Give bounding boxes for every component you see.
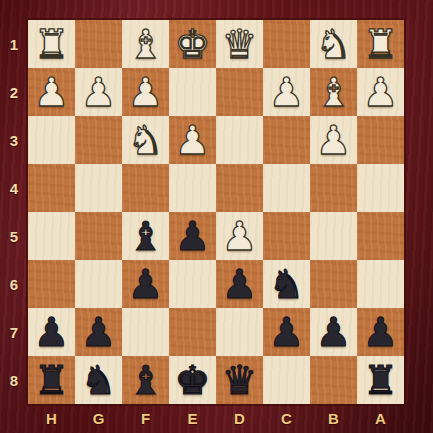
square-c2[interactable]: ♟ (263, 68, 310, 116)
square-b3[interactable]: ♟ (310, 116, 357, 164)
piece-white-pawn[interactable]: ♟ (222, 216, 258, 256)
square-d6[interactable]: ♟ (216, 260, 263, 308)
square-a3[interactable] (357, 116, 404, 164)
square-d8[interactable]: ♛ (216, 356, 263, 404)
piece-white-rook[interactable]: ♜ (34, 24, 70, 64)
piece-white-bishop[interactable]: ♝ (316, 72, 352, 112)
piece-black-knight[interactable]: ♞ (269, 264, 305, 304)
square-c6[interactable]: ♞ (263, 260, 310, 308)
square-e6[interactable] (169, 260, 216, 308)
square-b8[interactable] (310, 356, 357, 404)
square-c4[interactable] (263, 164, 310, 212)
square-c8[interactable] (263, 356, 310, 404)
rank-label-2: 2 (0, 68, 28, 116)
square-e7[interactable] (169, 308, 216, 356)
square-g1[interactable] (75, 20, 122, 68)
piece-black-pawn[interactable]: ♟ (175, 216, 211, 256)
square-b2[interactable]: ♝ (310, 68, 357, 116)
square-d5[interactable]: ♟ (216, 212, 263, 260)
square-e2[interactable] (169, 68, 216, 116)
square-g5[interactable] (75, 212, 122, 260)
square-c7[interactable]: ♟ (263, 308, 310, 356)
rank-label-4: 4 (0, 164, 28, 212)
file-label-d: D (216, 404, 263, 433)
piece-white-king[interactable]: ♚ (175, 24, 211, 64)
file-label-f: F (122, 404, 169, 433)
square-g2[interactable]: ♟ (75, 68, 122, 116)
piece-white-pawn[interactable]: ♟ (34, 72, 70, 112)
file-label-e: E (169, 404, 216, 433)
square-a8[interactable]: ♜ (357, 356, 404, 404)
rank-label-7: 7 (0, 308, 28, 356)
piece-black-bishop[interactable]: ♝ (128, 360, 164, 400)
square-h1[interactable]: ♜ (28, 20, 75, 68)
square-a5[interactable] (357, 212, 404, 260)
piece-black-queen[interactable]: ♛ (222, 360, 258, 400)
square-a2[interactable]: ♟ (357, 68, 404, 116)
square-f6[interactable]: ♟ (122, 260, 169, 308)
square-a1[interactable]: ♜ (357, 20, 404, 68)
piece-white-pawn[interactable]: ♟ (128, 72, 164, 112)
file-label-h: H (28, 404, 75, 433)
piece-white-pawn[interactable]: ♟ (175, 120, 211, 160)
piece-white-bishop[interactable]: ♝ (128, 24, 164, 64)
square-h4[interactable] (28, 164, 75, 212)
piece-black-pawn[interactable]: ♟ (363, 312, 399, 352)
piece-black-bishop[interactable]: ♝ (128, 216, 164, 256)
piece-black-pawn[interactable]: ♟ (128, 264, 164, 304)
square-g4[interactable] (75, 164, 122, 212)
chess-board: ♜♝♚♛♞♜♟♟♟♟♝♟♞♟♟♝♟♟♟♟♞♟♟♟♟♟♜♞♝♚♛♜ (28, 20, 404, 404)
rank-label-3: 3 (0, 116, 28, 164)
chess-board-frame: 12345678 ♜♝♚♛♞♜♟♟♟♟♝♟♞♟♟♝♟♟♟♟♞♟♟♟♟♟♜♞♝♚♛… (0, 0, 433, 433)
piece-white-pawn[interactable]: ♟ (269, 72, 305, 112)
rank-label-6: 6 (0, 260, 28, 308)
square-a7[interactable]: ♟ (357, 308, 404, 356)
piece-black-pawn[interactable]: ♟ (34, 312, 70, 352)
rank-label-1: 1 (0, 20, 28, 68)
square-b4[interactable] (310, 164, 357, 212)
square-h2[interactable]: ♟ (28, 68, 75, 116)
piece-black-pawn[interactable]: ♟ (222, 264, 258, 304)
piece-white-knight[interactable]: ♞ (316, 24, 352, 64)
square-g3[interactable] (75, 116, 122, 164)
square-f3[interactable]: ♞ (122, 116, 169, 164)
square-c1[interactable] (263, 20, 310, 68)
square-d2[interactable] (216, 68, 263, 116)
square-h6[interactable] (28, 260, 75, 308)
square-b6[interactable] (310, 260, 357, 308)
square-e1[interactable]: ♚ (169, 20, 216, 68)
piece-black-knight[interactable]: ♞ (81, 360, 117, 400)
square-g6[interactable] (75, 260, 122, 308)
square-f5[interactable]: ♝ (122, 212, 169, 260)
square-c5[interactable] (263, 212, 310, 260)
square-b1[interactable]: ♞ (310, 20, 357, 68)
rank-label-5: 5 (0, 212, 28, 260)
square-f2[interactable]: ♟ (122, 68, 169, 116)
square-e5[interactable]: ♟ (169, 212, 216, 260)
square-d1[interactable]: ♛ (216, 20, 263, 68)
square-a4[interactable] (357, 164, 404, 212)
piece-black-pawn[interactable]: ♟ (269, 312, 305, 352)
rank-label-8: 8 (0, 356, 28, 404)
square-f4[interactable] (122, 164, 169, 212)
file-label-g: G (75, 404, 122, 433)
square-e3[interactable]: ♟ (169, 116, 216, 164)
square-h7[interactable]: ♟ (28, 308, 75, 356)
piece-black-rook[interactable]: ♜ (363, 360, 399, 400)
piece-white-pawn[interactable]: ♟ (363, 72, 399, 112)
square-e8[interactable]: ♚ (169, 356, 216, 404)
piece-white-pawn[interactable]: ♟ (316, 120, 352, 160)
square-c3[interactable] (263, 116, 310, 164)
piece-white-queen[interactable]: ♛ (222, 24, 258, 64)
square-f8[interactable]: ♝ (122, 356, 169, 404)
square-f7[interactable] (122, 308, 169, 356)
rank-labels: 12345678 (0, 20, 28, 404)
square-g8[interactable]: ♞ (75, 356, 122, 404)
piece-black-rook[interactable]: ♜ (34, 360, 70, 400)
square-e4[interactable] (169, 164, 216, 212)
square-h5[interactable] (28, 212, 75, 260)
square-b5[interactable] (310, 212, 357, 260)
square-d7[interactable] (216, 308, 263, 356)
square-d4[interactable] (216, 164, 263, 212)
square-f1[interactable]: ♝ (122, 20, 169, 68)
square-h8[interactable]: ♜ (28, 356, 75, 404)
square-g7[interactable]: ♟ (75, 308, 122, 356)
square-b7[interactable]: ♟ (310, 308, 357, 356)
file-label-b: B (310, 404, 357, 433)
file-label-c: C (263, 404, 310, 433)
square-d3[interactable] (216, 116, 263, 164)
square-h3[interactable] (28, 116, 75, 164)
piece-black-pawn[interactable]: ♟ (316, 312, 352, 352)
square-a6[interactable] (357, 260, 404, 308)
piece-white-pawn[interactable]: ♟ (81, 72, 117, 112)
piece-black-pawn[interactable]: ♟ (81, 312, 117, 352)
file-labels: HGFEDCBA (28, 404, 404, 433)
file-label-a: A (357, 404, 404, 433)
piece-black-king[interactable]: ♚ (175, 360, 211, 400)
piece-white-rook[interactable]: ♜ (363, 24, 399, 64)
piece-white-knight[interactable]: ♞ (128, 120, 164, 160)
